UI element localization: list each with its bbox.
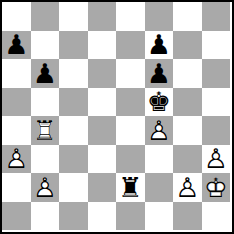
piece-white-pawn[interactable]: ♙ [173, 173, 202, 202]
piece-black-king[interactable]: ♚ [145, 88, 174, 117]
piece-black-pawn[interactable]: ♟ [31, 59, 60, 88]
square-h3[interactable]: ♟♙ [202, 145, 231, 174]
square-a8[interactable] [2, 2, 31, 31]
piece-black-pawn[interactable]: ♟ [145, 31, 174, 60]
square-a3[interactable]: ♟♙ [2, 145, 31, 174]
square-f7[interactable]: ♟ [145, 31, 174, 60]
square-e8[interactable] [116, 2, 145, 31]
diagram-frame: ♟♟♟♟♚♜♖♟♙♟♙♟♙♟♙♜♟♙♚♔ [0, 0, 234, 234]
square-e1[interactable] [116, 202, 145, 231]
square-h2[interactable]: ♚♔ [202, 173, 231, 202]
square-a2[interactable] [2, 173, 31, 202]
chess-board: ♟♟♟♟♚♜♖♟♙♟♙♟♙♟♙♜♟♙♚♔ [2, 2, 230, 230]
square-e5[interactable] [116, 88, 145, 117]
square-e7[interactable] [116, 31, 145, 60]
piece-white-king[interactable]: ♔ [202, 173, 231, 202]
square-g1[interactable] [173, 202, 202, 231]
square-g2[interactable]: ♟♙ [173, 173, 202, 202]
square-f5[interactable]: ♚ [145, 88, 174, 117]
square-f8[interactable] [145, 2, 174, 31]
square-c5[interactable] [59, 88, 88, 117]
square-d7[interactable] [88, 31, 117, 60]
square-g3[interactable] [173, 145, 202, 174]
square-b8[interactable] [31, 2, 60, 31]
square-b1[interactable] [31, 202, 60, 231]
piece-black-pawn[interactable]: ♟ [145, 59, 174, 88]
square-f2[interactable] [145, 173, 174, 202]
square-e4[interactable] [116, 116, 145, 145]
square-b5[interactable] [31, 88, 60, 117]
square-f1[interactable] [145, 202, 174, 231]
piece-white-pawn[interactable]: ♙ [145, 116, 174, 145]
square-c3[interactable] [59, 145, 88, 174]
piece-white-rook[interactable]: ♖ [31, 116, 60, 145]
square-e6[interactable] [116, 59, 145, 88]
square-b4[interactable]: ♜♖ [31, 116, 60, 145]
square-f4[interactable]: ♟♙ [145, 116, 174, 145]
square-b6[interactable]: ♟ [31, 59, 60, 88]
square-h8[interactable] [202, 2, 231, 31]
square-e2[interactable]: ♜ [116, 173, 145, 202]
square-a4[interactable] [2, 116, 31, 145]
square-d5[interactable] [88, 88, 117, 117]
piece-white-pawn[interactable]: ♙ [202, 145, 231, 174]
square-d1[interactable] [88, 202, 117, 231]
square-c7[interactable] [59, 31, 88, 60]
square-h7[interactable] [202, 31, 231, 60]
piece-black-rook[interactable]: ♜ [116, 173, 145, 202]
square-c8[interactable] [59, 2, 88, 31]
square-d8[interactable] [88, 2, 117, 31]
square-b3[interactable] [31, 145, 60, 174]
square-f3[interactable] [145, 145, 174, 174]
square-c4[interactable] [59, 116, 88, 145]
square-c1[interactable] [59, 202, 88, 231]
square-e3[interactable] [116, 145, 145, 174]
square-h6[interactable] [202, 59, 231, 88]
piece-white-pawn[interactable]: ♙ [2, 145, 31, 174]
square-d4[interactable] [88, 116, 117, 145]
piece-black-pawn[interactable]: ♟ [2, 31, 31, 60]
square-a6[interactable] [2, 59, 31, 88]
square-a1[interactable] [2, 202, 31, 231]
square-d6[interactable] [88, 59, 117, 88]
square-a5[interactable] [2, 88, 31, 117]
square-g7[interactable] [173, 31, 202, 60]
square-g6[interactable] [173, 59, 202, 88]
square-g5[interactable] [173, 88, 202, 117]
square-b7[interactable] [31, 31, 60, 60]
square-d2[interactable] [88, 173, 117, 202]
square-b2[interactable]: ♟♙ [31, 173, 60, 202]
square-f6[interactable]: ♟ [145, 59, 174, 88]
square-h4[interactable] [202, 116, 231, 145]
square-h1[interactable] [202, 202, 231, 231]
piece-white-pawn[interactable]: ♙ [31, 173, 60, 202]
square-g4[interactable] [173, 116, 202, 145]
square-g8[interactable] [173, 2, 202, 31]
square-d3[interactable] [88, 145, 117, 174]
square-c2[interactable] [59, 173, 88, 202]
square-a7[interactable]: ♟ [2, 31, 31, 60]
square-h5[interactable] [202, 88, 231, 117]
square-c6[interactable] [59, 59, 88, 88]
